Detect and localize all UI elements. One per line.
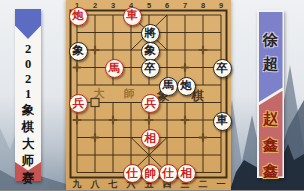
piece-red-相[interactable]: 相 xyxy=(141,129,160,148)
file-label-bottom: 一 xyxy=(217,178,226,191)
player-black-char: 超 xyxy=(263,55,278,74)
river-watermark-char: 師 xyxy=(124,86,135,101)
file-label-top: 6 xyxy=(165,0,169,9)
event-title-char: 0 xyxy=(25,57,31,72)
piece-red-帥[interactable]: 帥 xyxy=(141,164,160,183)
players-banner: 徐超 赵鑫鑫 xyxy=(257,10,284,178)
player-red-char: 鑫 xyxy=(263,136,278,155)
piece-red-相[interactable]: 相 xyxy=(177,164,196,183)
player-black-char: 徐 xyxy=(263,31,278,50)
file-label-bottom: 七 xyxy=(109,178,118,191)
file-label-top: 8 xyxy=(201,0,205,9)
broadcast-frame: 123456789 九八七六五四三二一 大師象棋 炮車將象象馬卒卒馬炮兵兵車相仕… xyxy=(0,0,304,190)
piece-red-馬[interactable]: 馬 xyxy=(105,59,124,78)
event-title-char: 师 xyxy=(22,153,35,170)
piece-black-將[interactable]: 將 xyxy=(141,24,160,43)
piece-black-卒[interactable]: 卒 xyxy=(141,59,160,78)
file-label-top: 7 xyxy=(183,0,187,9)
player-name-red: 赵鑫鑫 xyxy=(257,110,284,181)
piece-black-象[interactable]: 象 xyxy=(141,42,160,61)
piece-black-象[interactable]: 象 xyxy=(69,42,88,61)
file-label-bottom: 八 xyxy=(91,178,100,191)
file-label-bottom: 二 xyxy=(199,178,208,191)
piece-red-兵[interactable]: 兵 xyxy=(141,94,160,113)
file-label-top: 2 xyxy=(93,0,97,9)
piece-red-兵[interactable]: 兵 xyxy=(69,94,88,113)
xiangqi-board: 123456789 九八七六五四三二一 大師象棋 炮車將象象馬卒卒馬炮兵兵車相仕… xyxy=(66,0,231,190)
piece-red-炮[interactable]: 炮 xyxy=(69,7,88,26)
piece-black-炮[interactable]: 炮 xyxy=(177,77,196,96)
event-ribbon: 2021象棋大师赛 xyxy=(15,9,41,181)
piece-black-馬[interactable]: 馬 xyxy=(159,77,178,96)
event-title-char: 象 xyxy=(22,102,35,119)
event-title-char: 赛 xyxy=(22,170,35,187)
file-label-top: 9 xyxy=(219,0,223,9)
event-title-char: 2 xyxy=(25,72,31,87)
file-label-top: 5 xyxy=(147,0,151,9)
event-title-char: 2 xyxy=(25,42,31,57)
piece-red-車[interactable]: 車 xyxy=(123,7,142,26)
river-watermark-char: 大 xyxy=(94,86,105,101)
file-label-bottom: 九 xyxy=(73,178,82,191)
piece-black-車[interactable]: 車 xyxy=(213,112,232,131)
event-title-char: 大 xyxy=(22,136,35,153)
event-title-char: 1 xyxy=(25,87,31,102)
player-red-char: 鑫 xyxy=(263,162,278,181)
event-title: 2021象棋大师赛 xyxy=(15,42,41,160)
piece-red-仕[interactable]: 仕 xyxy=(123,164,142,183)
event-title-char: 棋 xyxy=(22,119,35,136)
player-red-char: 赵 xyxy=(263,110,278,129)
piece-red-仕[interactable]: 仕 xyxy=(159,164,178,183)
file-label-top: 3 xyxy=(111,0,115,9)
piece-black-卒[interactable]: 卒 xyxy=(213,59,232,78)
player-name-black: 徐超 xyxy=(257,31,284,74)
